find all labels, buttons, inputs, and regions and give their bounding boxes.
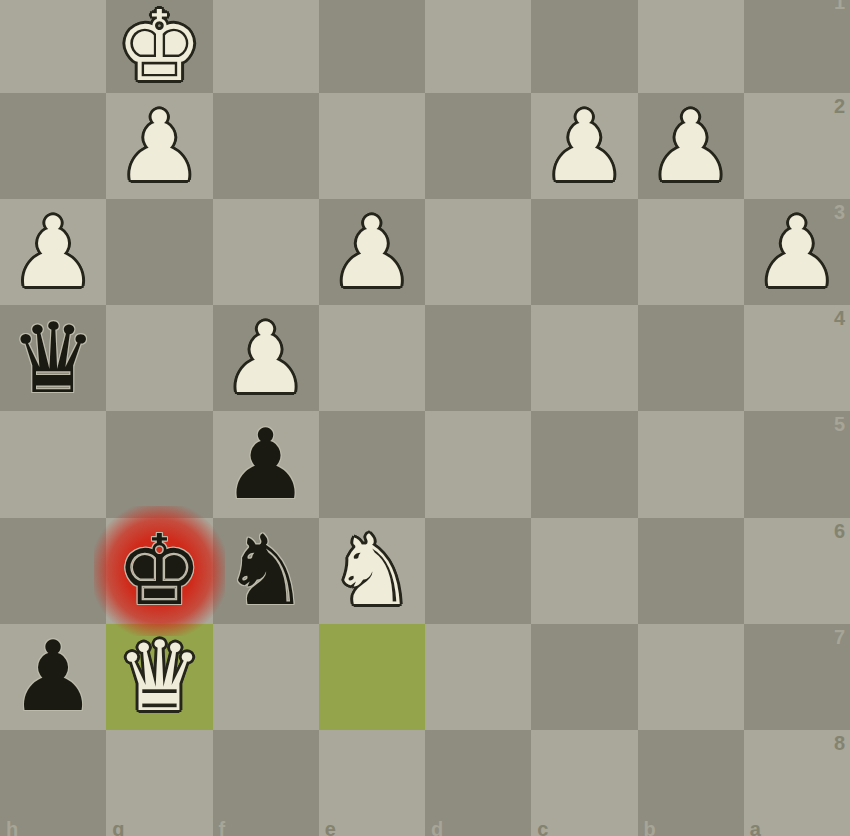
square-f5[interactable]: ♟ [213,411,319,517]
square-b6[interactable] [638,518,744,624]
piece-white-pawn[interactable]: ♟ [116,98,203,195]
square-b4[interactable] [638,305,744,411]
square-a5[interactable]: 5 [744,411,850,517]
rank-label: 5 [834,413,845,436]
square-e3[interactable]: ♟ [319,199,425,305]
file-label: c [537,818,548,836]
square-d4[interactable] [425,305,531,411]
piece-white-pawn[interactable]: ♟ [647,98,734,195]
square-c1[interactable] [531,0,637,93]
file-label: a [750,818,761,836]
square-f8[interactable]: f [213,730,319,836]
piece-white-pawn[interactable]: ♟ [328,204,415,301]
square-f1[interactable] [213,0,319,93]
square-a8[interactable]: 8a [744,730,850,836]
square-h3[interactable]: ♟ [0,199,106,305]
rank-label: 7 [834,626,845,649]
square-a7[interactable]: 7 [744,624,850,730]
square-h8[interactable]: h [0,730,106,836]
piece-black-pawn[interactable]: ♟ [222,416,309,513]
square-d7[interactable] [425,624,531,730]
square-h2[interactable] [0,93,106,199]
square-b8[interactable]: b [638,730,744,836]
square-f4[interactable]: ♟ [213,305,319,411]
square-c5[interactable] [531,411,637,517]
piece-white-knight[interactable]: ♞ [328,522,415,619]
square-g8[interactable]: g [106,730,212,836]
square-d3[interactable] [425,199,531,305]
square-c4[interactable] [531,305,637,411]
piece-black-king[interactable]: ♚ [116,522,203,619]
square-g1[interactable]: ♚ [106,0,212,93]
file-label: d [431,818,443,836]
square-d2[interactable] [425,93,531,199]
rank-label: 1 [834,0,845,14]
file-label: f [219,818,226,836]
square-a6[interactable]: 6 [744,518,850,624]
rank-label: 2 [834,95,845,118]
square-g3[interactable] [106,199,212,305]
piece-black-knight[interactable]: ♞ [222,522,309,619]
rank-label: 6 [834,520,845,543]
square-d6[interactable] [425,518,531,624]
square-d8[interactable]: d [425,730,531,836]
file-label: e [325,818,336,836]
piece-black-queen[interactable]: ♛ [10,310,97,407]
square-c7[interactable] [531,624,637,730]
square-e5[interactable] [319,411,425,517]
square-h4[interactable]: ♛ [0,305,106,411]
square-c6[interactable] [531,518,637,624]
square-h5[interactable] [0,411,106,517]
square-a1[interactable]: 1 [744,0,850,93]
square-e8[interactable]: e [319,730,425,836]
square-e7[interactable] [319,624,425,730]
piece-white-king[interactable]: ♚ [116,0,203,95]
square-c8[interactable]: c [531,730,637,836]
piece-white-queen[interactable]: ♛ [116,628,203,725]
square-h6[interactable] [0,518,106,624]
square-c2[interactable]: ♟ [531,93,637,199]
square-g5[interactable] [106,411,212,517]
square-h1[interactable] [0,0,106,93]
square-e6[interactable]: ♞ [319,518,425,624]
square-a3[interactable]: ♟3 [744,199,850,305]
square-e1[interactable] [319,0,425,93]
square-e4[interactable] [319,305,425,411]
file-label: g [112,818,124,836]
square-f2[interactable] [213,93,319,199]
square-a4[interactable]: 4 [744,305,850,411]
square-a2[interactable]: 2 [744,93,850,199]
file-label: h [6,818,18,836]
chess-board: ♚1♟♟♟2♟♟♟3♛♟4♟5♚♞♞6♟♛7hgfedcb8a [0,0,850,836]
rank-label: 8 [834,732,845,755]
rank-label: 4 [834,307,845,330]
square-f7[interactable] [213,624,319,730]
piece-white-pawn[interactable]: ♟ [10,204,97,301]
piece-black-pawn[interactable]: ♟ [10,628,97,725]
square-g7[interactable]: ♛ [106,624,212,730]
square-e2[interactable] [319,93,425,199]
square-d5[interactable] [425,411,531,517]
square-h7[interactable]: ♟ [0,624,106,730]
file-label: b [644,818,656,836]
square-b3[interactable] [638,199,744,305]
square-g6[interactable]: ♚ [106,518,212,624]
square-b2[interactable]: ♟ [638,93,744,199]
square-f6[interactable]: ♞ [213,518,319,624]
piece-white-pawn[interactable]: ♟ [753,204,840,301]
square-b5[interactable] [638,411,744,517]
square-b1[interactable] [638,0,744,93]
square-d1[interactable] [425,0,531,93]
piece-white-pawn[interactable]: ♟ [541,98,628,195]
square-b7[interactable] [638,624,744,730]
square-c3[interactable] [531,199,637,305]
piece-white-pawn[interactable]: ♟ [222,310,309,407]
square-f3[interactable] [213,199,319,305]
square-g4[interactable] [106,305,212,411]
square-g2[interactable]: ♟ [106,93,212,199]
